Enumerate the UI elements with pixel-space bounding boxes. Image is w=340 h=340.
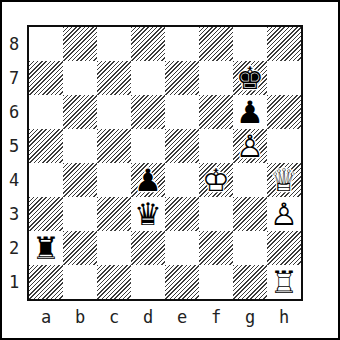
rank-label-3: 3 [2, 197, 26, 231]
file-label-e: e [165, 304, 199, 330]
white-pawn-icon: ♙ [233, 129, 267, 163]
square-d1[interactable] [131, 265, 165, 299]
square-g4[interactable] [233, 163, 267, 197]
square-d2[interactable] [131, 231, 165, 265]
white-queen-icon: ♕ [267, 163, 301, 197]
rank-label-4: 4 [2, 163, 26, 197]
square-b8[interactable] [63, 27, 97, 61]
square-e4[interactable] [165, 163, 199, 197]
square-f8[interactable] [199, 27, 233, 61]
white-pawn-icon: ♙ [267, 197, 301, 231]
square-h6[interactable] [267, 95, 301, 129]
piece-white-rook[interactable]: ♜♖ [267, 265, 301, 299]
rank-label-7: 7 [2, 61, 26, 95]
rank-labels: 87654321 [2, 27, 26, 299]
square-b5[interactable] [63, 129, 97, 163]
square-c3[interactable] [97, 197, 131, 231]
rank-label-8: 8 [2, 27, 26, 61]
square-d7[interactable] [131, 61, 165, 95]
piece-white-pawn[interactable]: ♟♙ [233, 129, 267, 163]
square-d3[interactable]: ♛♛ [131, 197, 165, 231]
square-d8[interactable] [131, 27, 165, 61]
piece-black-queen[interactable]: ♛♛ [131, 197, 165, 231]
square-e8[interactable] [165, 27, 199, 61]
square-c8[interactable] [97, 27, 131, 61]
square-e5[interactable] [165, 129, 199, 163]
square-h8[interactable] [267, 27, 301, 61]
piece-black-rook[interactable]: ♜♜ [29, 231, 63, 265]
square-d5[interactable] [131, 129, 165, 163]
square-e6[interactable] [165, 95, 199, 129]
square-h4[interactable]: ♛♕ [267, 163, 301, 197]
square-h1[interactable]: ♜♖ [267, 265, 301, 299]
square-h3[interactable]: ♟♙ [267, 197, 301, 231]
square-f7[interactable] [199, 61, 233, 95]
chess-board[interactable]: ♚♚♟♟♟♙♟♟♚♔♛♕♛♛♟♙♜♜♜♖ [27, 25, 303, 301]
black-queen-icon: ♛ [131, 197, 165, 231]
square-f3[interactable] [199, 197, 233, 231]
file-label-b: b [63, 304, 97, 330]
black-pawn-icon: ♟ [233, 95, 267, 129]
square-c7[interactable] [97, 61, 131, 95]
rank-label-6: 6 [2, 95, 26, 129]
square-g1[interactable] [233, 265, 267, 299]
square-b2[interactable] [63, 231, 97, 265]
white-king-icon: ♔ [199, 163, 233, 197]
square-b6[interactable] [63, 95, 97, 129]
square-c4[interactable] [97, 163, 131, 197]
square-c5[interactable] [97, 129, 131, 163]
square-a8[interactable] [29, 27, 63, 61]
square-g2[interactable] [233, 231, 267, 265]
square-a4[interactable] [29, 163, 63, 197]
square-a6[interactable] [29, 95, 63, 129]
piece-white-pawn[interactable]: ♟♙ [267, 197, 301, 231]
square-e3[interactable] [165, 197, 199, 231]
square-a7[interactable] [29, 61, 63, 95]
square-b4[interactable] [63, 163, 97, 197]
square-g6[interactable]: ♟♟ [233, 95, 267, 129]
square-e1[interactable] [165, 265, 199, 299]
rank-label-2: 2 [2, 231, 26, 265]
square-a5[interactable] [29, 129, 63, 163]
square-a1[interactable] [29, 265, 63, 299]
square-h2[interactable] [267, 231, 301, 265]
file-label-f: f [199, 304, 233, 330]
square-a3[interactable] [29, 197, 63, 231]
square-c6[interactable] [97, 95, 131, 129]
file-label-g: g [233, 304, 267, 330]
square-b1[interactable] [63, 265, 97, 299]
square-f5[interactable] [199, 129, 233, 163]
file-label-c: c [97, 304, 131, 330]
file-label-d: d [131, 304, 165, 330]
square-g3[interactable] [233, 197, 267, 231]
file-label-h: h [267, 304, 301, 330]
file-labels: abcdefgh [29, 304, 301, 330]
square-g8[interactable] [233, 27, 267, 61]
square-g7[interactable]: ♚♚ [233, 61, 267, 95]
piece-black-king[interactable]: ♚♚ [233, 61, 267, 95]
square-h5[interactable] [267, 129, 301, 163]
square-b3[interactable] [63, 197, 97, 231]
square-e7[interactable] [165, 61, 199, 95]
piece-white-king[interactable]: ♚♔ [199, 163, 233, 197]
file-label-a: a [29, 304, 63, 330]
square-c1[interactable] [97, 265, 131, 299]
black-pawn-icon: ♟ [131, 163, 165, 197]
piece-black-pawn[interactable]: ♟♟ [131, 163, 165, 197]
rank-label-5: 5 [2, 129, 26, 163]
chess-diagram: 87654321 ♚♚♟♟♟♙♟♟♚♔♛♕♛♛♟♙♜♜♜♖ abcdefgh [0, 0, 340, 340]
square-e2[interactable] [165, 231, 199, 265]
square-d6[interactable] [131, 95, 165, 129]
rank-label-1: 1 [2, 265, 26, 299]
square-f4[interactable]: ♚♔ [199, 163, 233, 197]
square-b7[interactable] [63, 61, 97, 95]
square-f1[interactable] [199, 265, 233, 299]
piece-white-queen[interactable]: ♛♕ [267, 163, 301, 197]
square-a2[interactable]: ♜♜ [29, 231, 63, 265]
black-rook-icon: ♜ [29, 231, 63, 265]
black-king-icon: ♚ [233, 61, 267, 95]
square-f2[interactable] [199, 231, 233, 265]
white-rook-icon: ♖ [267, 265, 301, 299]
piece-black-pawn[interactable]: ♟♟ [233, 95, 267, 129]
square-g5[interactable]: ♟♙ [233, 129, 267, 163]
square-c2[interactable] [97, 231, 131, 265]
square-f6[interactable] [199, 95, 233, 129]
square-d4[interactable]: ♟♟ [131, 163, 165, 197]
square-h7[interactable] [267, 61, 301, 95]
